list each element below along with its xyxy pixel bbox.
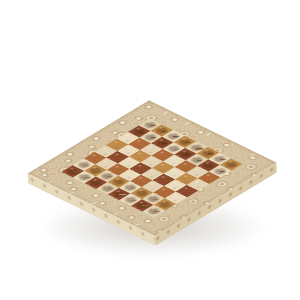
piece-shadow	[129, 126, 149, 137]
board-square: ♟	[151, 137, 174, 149]
board-square: ♟	[162, 142, 185, 154]
board-square	[117, 132, 140, 144]
piece-shadow	[152, 137, 172, 148]
piece-shadow	[175, 137, 195, 148]
piece-black-pawn: ♟	[155, 127, 192, 153]
board-square	[128, 138, 151, 150]
piece-shadow	[152, 125, 172, 136]
piece-shadow	[164, 143, 184, 154]
board-square: ♟	[128, 125, 151, 137]
piece-black-pawn: ♟	[144, 121, 181, 147]
board-square	[151, 149, 174, 161]
board-square: ♜	[139, 119, 162, 131]
piece-black-rook: ♜	[132, 99, 169, 130]
piece-shadow	[140, 120, 160, 131]
board-square: ♟	[139, 131, 162, 143]
board-square	[140, 143, 163, 155]
piece-shadow	[141, 132, 161, 143]
board-square: ♟	[174, 148, 197, 160]
piece-black-king: ♚	[178, 107, 215, 155]
piece-shadow	[175, 149, 195, 160]
piece-black-knight: ♞	[143, 101, 180, 136]
board-square: ♛	[174, 136, 197, 148]
board-square	[163, 155, 186, 167]
piece-black-pawn: ♟	[167, 132, 204, 158]
board-square: ♝	[162, 130, 185, 142]
piece-black-pawn: ♟	[120, 110, 157, 136]
piece-black-queen: ♛	[166, 105, 203, 149]
piece-black-bishop: ♝	[155, 104, 192, 142]
piece-shadow	[163, 131, 183, 142]
product-photo: ♜♞♝♛♚♝♞♜♟♟♟♟♟♟♟♟♟♟♟♟♟♟♟♟♜♞♝♛♚♝♞♜	[0, 0, 300, 300]
piece-black-pawn: ♟	[132, 115, 169, 141]
chess-set: ♜♞♝♛♚♝♞♜♟♟♟♟♟♟♟♟♟♟♟♟♟♟♟♟♜♞♝♛♚♝♞♜	[60, 76, 244, 260]
board-square: ♞	[150, 124, 173, 136]
